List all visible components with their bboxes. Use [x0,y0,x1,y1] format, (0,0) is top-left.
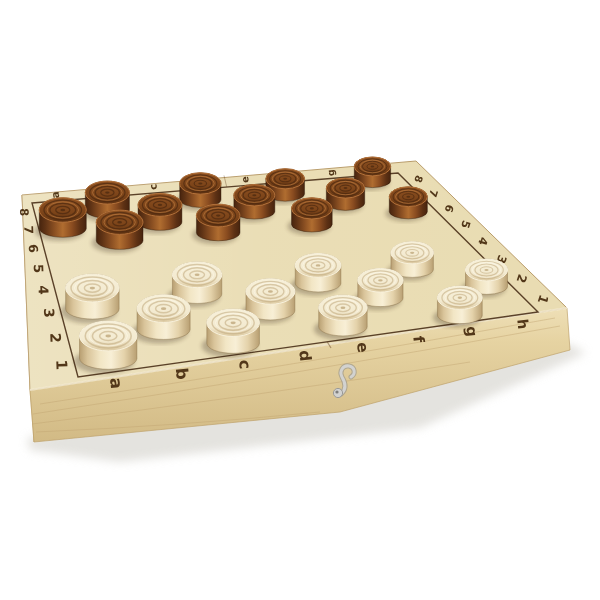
piece-light-e1[interactable] [314,295,367,340]
latch-screw-slot [335,390,338,393]
rank-label-left-6: 6 [26,244,41,254]
file-label-front-f: f [409,335,428,344]
latch-hook-icon [333,366,354,398]
file-label-front-h: h [514,318,531,330]
piece-center-dot [316,264,321,266]
rank-label-right-5: 5 [458,219,473,230]
file-label-front-b: b [172,367,192,381]
piece-dark-a7[interactable] [35,198,87,241]
file-label-front-c: c [235,359,255,370]
rank-label-left-1: 1 [52,359,70,370]
rank-label-left-7: 7 [21,225,35,234]
piece-center-dot [158,204,162,206]
piece-light-b2[interactable] [132,295,190,344]
fold-seam-back [224,176,227,188]
rank-label-left-3: 3 [41,308,57,318]
piece-center-dot [283,178,287,180]
rank-label-right-7: 7 [427,188,441,199]
rank-label-right-8: 8 [412,174,425,184]
file-label-front-d: d [295,349,314,362]
rank-label-left-5: 5 [31,264,46,274]
piece-center-dot [410,252,414,254]
piece-center-dot [105,191,109,193]
file-label-front-g: g [463,325,481,337]
rank-label-right-2: 2 [514,272,530,284]
piece-center-dot [195,274,200,277]
rank-label-right-4: 4 [475,235,491,247]
piece-dark-f6[interactable] [287,198,332,235]
file-label-back-g: g [325,169,337,177]
piece-light-c1[interactable] [202,309,260,357]
piece-center-dot [90,287,95,290]
piece-center-dot [378,279,383,281]
rank-label-left-2: 2 [47,333,63,344]
piece-light-e3[interactable] [291,254,341,296]
piece-center-dot [310,207,314,209]
piece-center-dot [341,307,346,310]
piece-center-dot [406,196,410,198]
piece-center-dot [60,209,65,211]
piece-center-dot [198,182,202,184]
fold-seam-front [327,342,331,348]
piece-center-dot [105,335,111,338]
piece-dark-b6[interactable] [92,210,143,253]
piece-center-dot [161,307,166,310]
file-label-back-c: c [147,183,159,190]
piece-center-dot [252,194,256,196]
rank-label-left-4: 4 [35,285,50,295]
piece-center-dot [484,269,488,271]
rank-label-right-1: 1 [535,293,552,306]
piece-center-dot [371,166,375,168]
piece-light-g1[interactable] [433,286,482,327]
piece-center-dot [458,297,462,299]
piece-light-a3[interactable] [60,274,119,323]
file-label-front-a: a [106,377,126,390]
piece-center-dot [344,187,348,189]
rank-label-right-6: 6 [441,203,456,214]
checkers-board-photo: aabbccddeeffgghh1122334455667788 [0,0,600,600]
piece-light-a1[interactable] [74,321,137,374]
file-label-back-e: e [239,175,251,183]
piece-dark-d6[interactable] [192,204,240,244]
piece-dark-h6[interactable] [385,187,427,222]
piece-center-dot [268,290,273,293]
piece-center-dot [230,321,235,324]
rank-label-left-8: 8 [17,208,31,217]
file-label-front-e: e [353,341,372,353]
piece-center-dot [216,214,220,216]
piece-center-dot [117,221,122,223]
pieces-labels-layer: aabbccddeeffgghh1122334455667788 [0,0,600,600]
